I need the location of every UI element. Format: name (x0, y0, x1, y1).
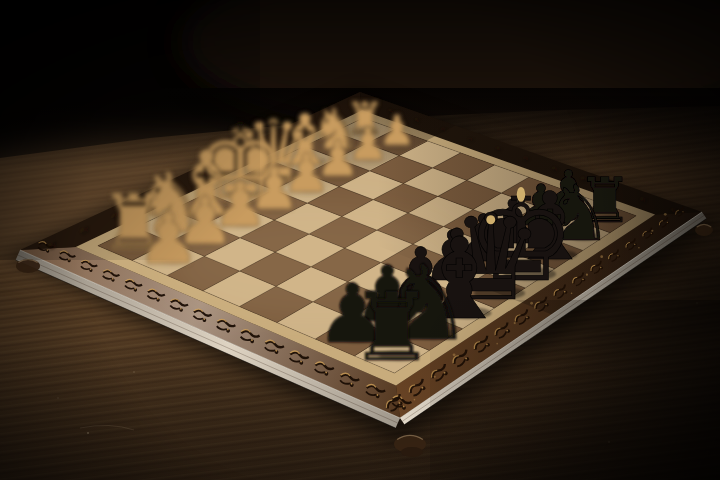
chess-set-photo: ♜♟♞♟♝♟♛♟♚♟♟♝♜♟♟♞♞♟♟♜♝♟♟♚♟♛♟♝♟♞♟♜ (0, 0, 720, 480)
fx-layer (0, 0, 720, 480)
scene-svg: ♜♟♞♟♝♟♛♟♚♟♟♝♜♟♟♞♞♟♟♜♝♟♟♚♟♛♟♝♟♞♟♜ (0, 0, 720, 480)
